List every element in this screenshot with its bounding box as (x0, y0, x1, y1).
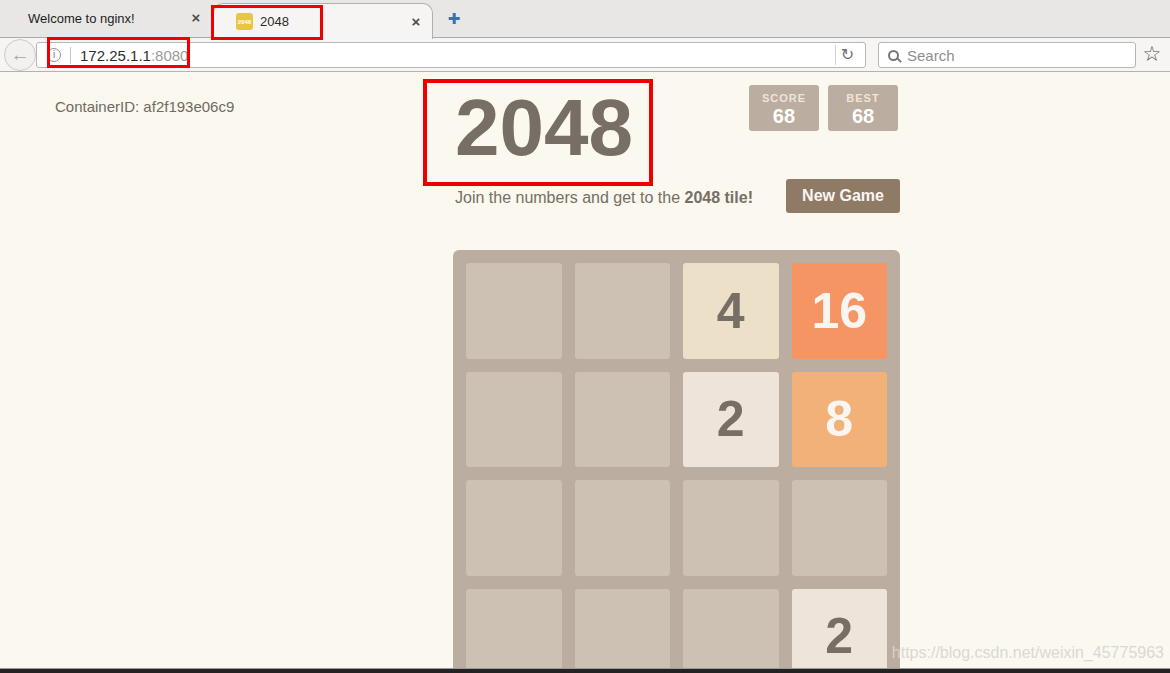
search-input[interactable] (907, 47, 1107, 64)
board: 416282 (453, 250, 900, 673)
empty-cell (683, 589, 779, 673)
url-host: 172.25.1.1 (80, 47, 151, 64)
watermark-text: https://blog.csdn.net/weixin_45775963 (892, 644, 1164, 662)
tile-2: 2 (792, 589, 888, 673)
browser-window: Welcome to nginx! × 2048 2048 × ✚ ← i 17… (0, 0, 1170, 673)
empty-cell (575, 372, 671, 468)
empty-cell (466, 263, 562, 359)
tile-4: 4 (683, 263, 779, 359)
empty-cell (575, 480, 671, 576)
search-bar[interactable] (878, 42, 1136, 68)
empty-cell (683, 480, 779, 576)
best-box: BEST 68 (828, 85, 898, 131)
container-id-text: ContainerID: af2f193e06c9 (55, 98, 234, 115)
score-box: SCORE 68 (749, 85, 819, 131)
window-edge (0, 669, 1170, 673)
divider (70, 47, 71, 64)
empty-cell (466, 480, 562, 576)
best-value: 68 (841, 105, 885, 128)
empty-cell (575, 263, 671, 359)
page-title: 2048 (455, 88, 633, 168)
subtitle-bold: 2048 tile! (684, 189, 752, 206)
site-info-icon[interactable]: i (47, 48, 61, 62)
url-text: 172.25.1.1:8080 (80, 47, 188, 64)
tab-bar: Welcome to nginx! × 2048 2048 × ✚ (0, 0, 1170, 38)
url-bar[interactable]: i 172.25.1.1:8080 ↻ (36, 42, 866, 68)
url-port: :8080 (151, 47, 189, 64)
score-value: 68 (762, 105, 806, 128)
favicon-2048-icon: 2048 (236, 13, 253, 30)
score-panel: SCORE 68 BEST 68 (749, 85, 898, 131)
tab-title: 2048 (260, 14, 289, 29)
back-button[interactable]: ← (4, 39, 36, 71)
page-content: ContainerID: af2f193e06c9 2048 SCORE 68 … (0, 72, 1170, 668)
reload-icon[interactable]: ↻ (835, 45, 859, 65)
tab-title: Welcome to nginx! (28, 11, 135, 26)
empty-cell (466, 589, 562, 673)
empty-cell (466, 372, 562, 468)
navigation-toolbar: ← i 172.25.1.1:8080 ↻ ☆ (0, 38, 1170, 72)
tile-8: 8 (792, 372, 888, 468)
empty-cell (575, 589, 671, 673)
subtitle-text: Join the numbers and get to the (455, 189, 684, 206)
best-label: BEST (841, 92, 885, 104)
tab-welcome-nginx[interactable]: Welcome to nginx! × (0, 0, 212, 37)
tile-16: 16 (792, 263, 888, 359)
new-game-button[interactable]: New Game (786, 179, 900, 213)
tab-2048[interactable]: 2048 2048 × (213, 3, 433, 39)
close-tab-icon[interactable]: × (408, 14, 424, 30)
search-icon (888, 50, 899, 61)
tile-2: 2 (683, 372, 779, 468)
empty-cell (792, 480, 888, 576)
new-tab-button[interactable]: ✚ (444, 9, 464, 29)
close-tab-icon[interactable]: × (188, 10, 204, 26)
score-label: SCORE (762, 92, 806, 104)
game-subtitle: Join the numbers and get to the 2048 til… (455, 189, 753, 207)
bookmark-star-icon[interactable]: ☆ (1140, 41, 1164, 67)
